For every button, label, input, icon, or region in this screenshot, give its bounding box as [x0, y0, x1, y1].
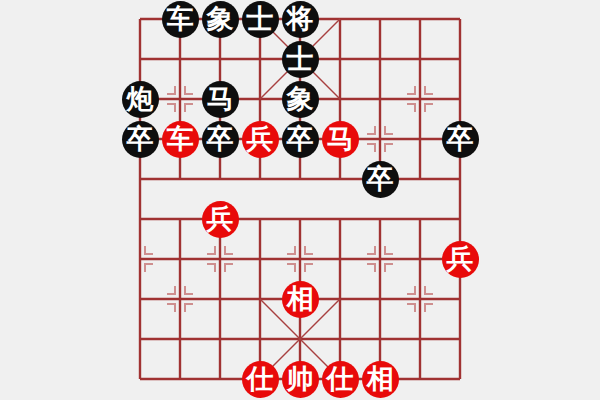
black-soldier[interactable]: 卒 — [442, 121, 479, 158]
black-soldier[interactable]: 卒 — [362, 161, 399, 198]
red-general[interactable]: 帅 — [282, 361, 319, 398]
black-horse[interactable]: 马 — [202, 81, 239, 118]
red-soldier[interactable]: 兵 — [442, 241, 479, 278]
red-elephant[interactable]: 相 — [282, 281, 319, 318]
red-horse[interactable]: 马 — [322, 121, 359, 158]
piece-grid: 车象士将士炮马象卒车卒兵卒马卒卒兵兵相仕帅仕相 — [120, 0, 480, 399]
black-general[interactable]: 将 — [282, 1, 319, 38]
black-elephant[interactable]: 象 — [202, 1, 239, 38]
red-advisor[interactable]: 仕 — [242, 361, 279, 398]
black-soldier[interactable]: 卒 — [282, 121, 319, 158]
black-advisor[interactable]: 士 — [282, 41, 319, 78]
red-elephant[interactable]: 相 — [362, 361, 399, 398]
xiangqi-app: 车象士将士炮马象卒车卒兵卒马卒卒兵兵相仕帅仕相 — [0, 0, 600, 400]
black-cannon[interactable]: 炮 — [122, 81, 159, 118]
black-advisor[interactable]: 士 — [242, 1, 279, 38]
red-chariot[interactable]: 车 — [162, 121, 199, 158]
black-soldier[interactable]: 卒 — [122, 121, 159, 158]
red-advisor[interactable]: 仕 — [322, 361, 359, 398]
red-soldier[interactable]: 兵 — [202, 201, 239, 238]
red-soldier[interactable]: 兵 — [242, 121, 279, 158]
black-elephant[interactable]: 象 — [282, 81, 319, 118]
black-chariot[interactable]: 车 — [162, 1, 199, 38]
black-soldier[interactable]: 卒 — [202, 121, 239, 158]
